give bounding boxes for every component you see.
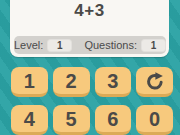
question-card: 4+3 Level: 1 Questions: 1 (10, 0, 169, 57)
key-5[interactable]: 5 (53, 105, 90, 135)
key-2[interactable]: 2 (53, 67, 90, 97)
question-text: 4+3 (10, 1, 169, 21)
key-6[interactable]: 6 (95, 105, 132, 135)
questions-label: Questions: (84, 39, 137, 51)
key-0[interactable]: 0 (136, 105, 173, 135)
refresh-icon (144, 71, 165, 91)
key-4[interactable]: 4 (11, 105, 48, 135)
key-3[interactable]: 3 (95, 67, 132, 97)
level-label: Level: (14, 39, 43, 51)
level-value: 1 (47, 39, 72, 52)
keypad: 1 2 3 4 5 6 0 (11, 67, 173, 135)
refresh-button[interactable] (136, 67, 173, 97)
status-bar: Level: 1 Questions: 1 (14, 36, 166, 54)
game-screen: 4+3 Level: 1 Questions: 1 1 2 3 4 5 6 0 (0, 0, 180, 135)
questions-value: 1 (141, 39, 166, 52)
key-1[interactable]: 1 (11, 67, 48, 97)
